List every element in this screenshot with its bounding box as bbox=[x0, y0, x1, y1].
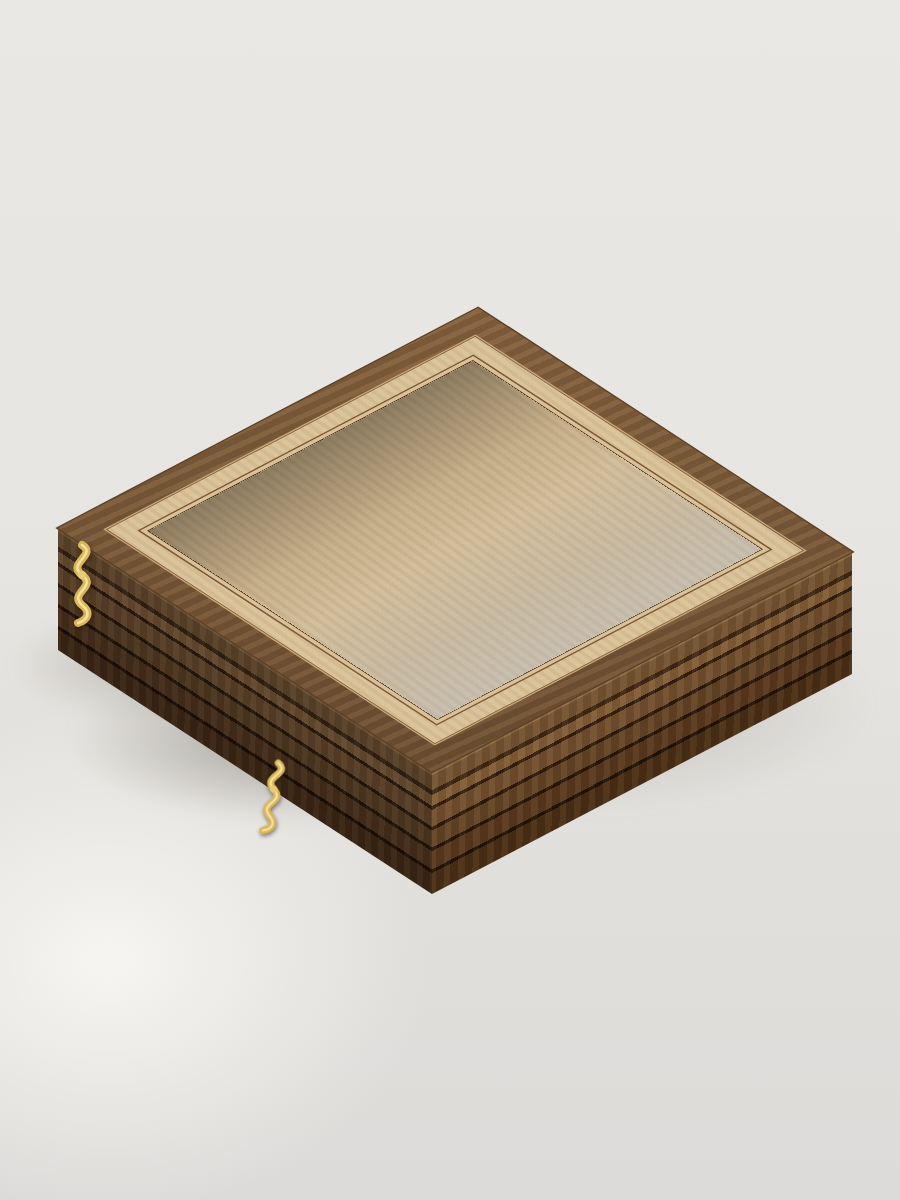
brass-clasp-icon bbox=[60, 540, 104, 632]
studio-photo-scene bbox=[0, 0, 900, 1200]
